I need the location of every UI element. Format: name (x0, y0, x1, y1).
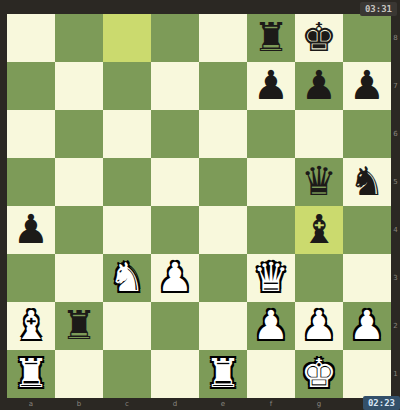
square-g1[interactable]: ♚ (295, 350, 343, 398)
square-b1[interactable] (55, 350, 103, 398)
chess-board[interactable]: ♜♚♟♟♟♛♞♟♝♞♟♛♝♜♟♟♟♜♜♚ (7, 14, 391, 398)
square-f3[interactable]: ♛ (247, 254, 295, 302)
rank-labels: 87654321 (391, 14, 400, 398)
rank-label-4: 4 (391, 206, 400, 254)
square-d6[interactable] (151, 110, 199, 158)
square-g4[interactable]: ♝ (295, 206, 343, 254)
square-a8[interactable] (7, 14, 55, 62)
piece-white-pawn[interactable]: ♟ (151, 254, 199, 302)
square-h7[interactable]: ♟ (343, 62, 391, 110)
file-label-e: e (199, 398, 247, 410)
square-e2[interactable] (199, 302, 247, 350)
square-d5[interactable] (151, 158, 199, 206)
piece-black-pawn[interactable]: ♟ (7, 206, 55, 254)
square-g2[interactable]: ♟ (295, 302, 343, 350)
top-bar: 03:31 (0, 0, 400, 14)
square-f8[interactable]: ♜ (247, 14, 295, 62)
square-h5[interactable]: ♞ (343, 158, 391, 206)
piece-white-bishop[interactable]: ♝ (7, 302, 55, 350)
square-e6[interactable] (199, 110, 247, 158)
square-a7[interactable] (7, 62, 55, 110)
square-b6[interactable] (55, 110, 103, 158)
square-b2[interactable]: ♜ (55, 302, 103, 350)
square-g8[interactable]: ♚ (295, 14, 343, 62)
piece-black-king[interactable]: ♚ (295, 14, 343, 62)
square-h6[interactable] (343, 110, 391, 158)
square-g7[interactable]: ♟ (295, 62, 343, 110)
square-g5[interactable]: ♛ (295, 158, 343, 206)
square-e7[interactable] (199, 62, 247, 110)
file-label-d: d (151, 398, 199, 410)
square-a3[interactable] (7, 254, 55, 302)
file-label-f: f (247, 398, 295, 410)
piece-white-pawn[interactable]: ♟ (295, 302, 343, 350)
square-h3[interactable] (343, 254, 391, 302)
square-c3[interactable]: ♞ (103, 254, 151, 302)
square-a4[interactable]: ♟ (7, 206, 55, 254)
square-e4[interactable] (199, 206, 247, 254)
square-d3[interactable]: ♟ (151, 254, 199, 302)
square-f2[interactable]: ♟ (247, 302, 295, 350)
rank-label-6: 6 (391, 110, 400, 158)
square-d4[interactable] (151, 206, 199, 254)
square-f1[interactable] (247, 350, 295, 398)
piece-black-pawn[interactable]: ♟ (247, 62, 295, 110)
piece-black-queen[interactable]: ♛ (295, 158, 343, 206)
square-c8[interactable] (103, 14, 151, 62)
piece-black-pawn[interactable]: ♟ (343, 62, 391, 110)
square-c4[interactable] (103, 206, 151, 254)
square-g6[interactable] (295, 110, 343, 158)
rank-label-8: 8 (391, 14, 400, 62)
square-a2[interactable]: ♝ (7, 302, 55, 350)
bottom-bar: abcdefgh 02:23 (0, 398, 400, 410)
piece-white-pawn[interactable]: ♟ (247, 302, 295, 350)
square-d1[interactable] (151, 350, 199, 398)
square-e8[interactable] (199, 14, 247, 62)
file-label-a: a (7, 398, 55, 410)
square-b4[interactable] (55, 206, 103, 254)
square-h1[interactable] (343, 350, 391, 398)
square-e3[interactable] (199, 254, 247, 302)
square-c5[interactable] (103, 158, 151, 206)
rank-label-2: 2 (391, 302, 400, 350)
square-g3[interactable] (295, 254, 343, 302)
file-labels: abcdefgh (7, 398, 391, 410)
piece-white-pawn[interactable]: ♟ (343, 302, 391, 350)
square-b8[interactable] (55, 14, 103, 62)
square-a1[interactable]: ♜ (7, 350, 55, 398)
square-b7[interactable] (55, 62, 103, 110)
square-h8[interactable] (343, 14, 391, 62)
square-a5[interactable] (7, 158, 55, 206)
square-h2[interactable]: ♟ (343, 302, 391, 350)
rank-label-1: 1 (391, 350, 400, 398)
square-f6[interactable] (247, 110, 295, 158)
piece-white-rook[interactable]: ♜ (7, 350, 55, 398)
square-a6[interactable] (7, 110, 55, 158)
square-e1[interactable]: ♜ (199, 350, 247, 398)
square-c2[interactable] (103, 302, 151, 350)
square-c1[interactable] (103, 350, 151, 398)
piece-white-rook[interactable]: ♜ (199, 350, 247, 398)
square-d7[interactable] (151, 62, 199, 110)
file-label-b: b (55, 398, 103, 410)
square-f4[interactable] (247, 206, 295, 254)
square-c6[interactable] (103, 110, 151, 158)
square-f5[interactable] (247, 158, 295, 206)
piece-black-bishop[interactable]: ♝ (295, 206, 343, 254)
rank-label-3: 3 (391, 254, 400, 302)
piece-black-rook[interactable]: ♜ (247, 14, 295, 62)
square-f7[interactable]: ♟ (247, 62, 295, 110)
opponent-clock: 03:31 (360, 2, 397, 16)
square-e5[interactable] (199, 158, 247, 206)
piece-black-knight[interactable]: ♞ (343, 158, 391, 206)
chess-app: 03:31 ♜♚♟♟♟♛♞♟♝♞♟♛♝♜♟♟♟♜♜♚ 87654321 abcd… (0, 0, 400, 410)
player-clock: 02:23 (363, 396, 400, 410)
piece-white-king[interactable]: ♚ (295, 350, 343, 398)
square-d2[interactable] (151, 302, 199, 350)
square-c7[interactable] (103, 62, 151, 110)
square-b5[interactable] (55, 158, 103, 206)
square-d8[interactable] (151, 14, 199, 62)
piece-black-pawn[interactable]: ♟ (295, 62, 343, 110)
square-b3[interactable] (55, 254, 103, 302)
rank-label-5: 5 (391, 158, 400, 206)
rank-label-7: 7 (391, 62, 400, 110)
piece-white-queen[interactable]: ♛ (247, 254, 295, 302)
file-label-c: c (103, 398, 151, 410)
file-label-g: g (295, 398, 343, 410)
square-h4[interactable] (343, 206, 391, 254)
piece-white-knight[interactable]: ♞ (103, 254, 151, 302)
piece-black-rook[interactable]: ♜ (55, 302, 103, 350)
